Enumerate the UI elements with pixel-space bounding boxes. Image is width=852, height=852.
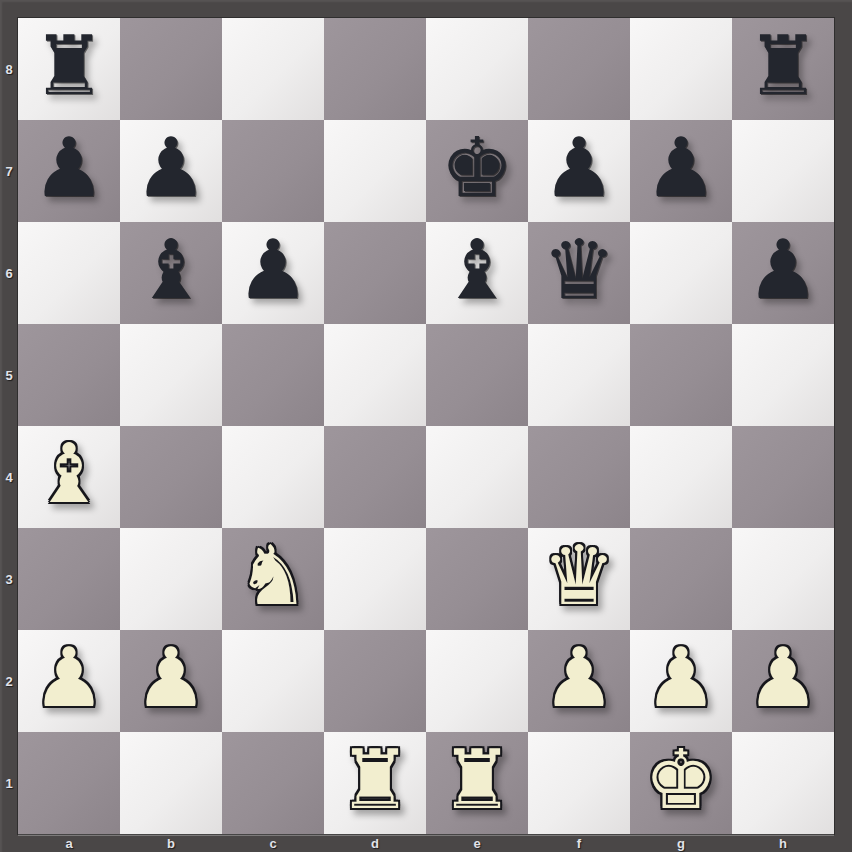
square-h5[interactable] [732, 324, 834, 426]
square-h7[interactable] [732, 120, 834, 222]
piece-white-pawn[interactable]: ♟ [746, 637, 820, 719]
piece-black-pawn[interactable]: ♟ [644, 127, 718, 209]
rank-label-4: 4 [0, 426, 18, 528]
square-g8[interactable] [630, 18, 732, 120]
piece-white-knight[interactable]: ♞ [236, 535, 310, 617]
square-g6[interactable] [630, 222, 732, 324]
piece-black-rook[interactable]: ♜ [746, 25, 820, 107]
piece-black-pawn[interactable]: ♟ [236, 229, 310, 311]
chess-board: ♜♜♟♟♚♟♟♝♟♝♛♟♝♞♛♟♟♟♟♟♜♜♚ [18, 18, 834, 834]
piece-white-pawn[interactable]: ♟ [644, 637, 718, 719]
square-a6[interactable] [18, 222, 120, 324]
piece-black-pawn[interactable]: ♟ [542, 127, 616, 209]
square-b2[interactable]: ♟ [120, 630, 222, 732]
square-b7[interactable]: ♟ [120, 120, 222, 222]
piece-black-rook[interactable]: ♜ [32, 25, 106, 107]
square-e3[interactable] [426, 528, 528, 630]
piece-black-bishop[interactable]: ♝ [440, 229, 514, 311]
rank-label-6: 6 [0, 222, 18, 324]
square-e7[interactable]: ♚ [426, 120, 528, 222]
file-label-b: b [120, 834, 222, 852]
square-f3[interactable]: ♛ [528, 528, 630, 630]
piece-black-pawn[interactable]: ♟ [32, 127, 106, 209]
square-b8[interactable] [120, 18, 222, 120]
file-label-a: a [18, 834, 120, 852]
piece-white-rook[interactable]: ♜ [440, 739, 514, 821]
square-h8[interactable]: ♜ [732, 18, 834, 120]
piece-white-king[interactable]: ♚ [644, 739, 718, 821]
square-f7[interactable]: ♟ [528, 120, 630, 222]
square-g4[interactable] [630, 426, 732, 528]
square-f6[interactable]: ♛ [528, 222, 630, 324]
square-c2[interactable] [222, 630, 324, 732]
square-d1[interactable]: ♜ [324, 732, 426, 834]
square-f5[interactable] [528, 324, 630, 426]
square-a1[interactable] [18, 732, 120, 834]
piece-black-bishop[interactable]: ♝ [134, 229, 208, 311]
square-b3[interactable] [120, 528, 222, 630]
square-e8[interactable] [426, 18, 528, 120]
piece-white-pawn[interactable]: ♟ [134, 637, 208, 719]
square-d5[interactable] [324, 324, 426, 426]
square-f2[interactable]: ♟ [528, 630, 630, 732]
square-h3[interactable] [732, 528, 834, 630]
square-e4[interactable] [426, 426, 528, 528]
square-a8[interactable]: ♜ [18, 18, 120, 120]
file-label-f: f [528, 834, 630, 852]
square-c4[interactable] [222, 426, 324, 528]
square-a5[interactable] [18, 324, 120, 426]
piece-black-king[interactable]: ♚ [440, 127, 514, 209]
square-d8[interactable] [324, 18, 426, 120]
square-d2[interactable] [324, 630, 426, 732]
square-b4[interactable] [120, 426, 222, 528]
square-h1[interactable] [732, 732, 834, 834]
square-a3[interactable] [18, 528, 120, 630]
rank-label-1: 1 [0, 732, 18, 834]
square-f1[interactable] [528, 732, 630, 834]
square-e5[interactable] [426, 324, 528, 426]
piece-white-rook[interactable]: ♜ [338, 739, 412, 821]
file-label-e: e [426, 834, 528, 852]
square-c7[interactable] [222, 120, 324, 222]
square-c6[interactable]: ♟ [222, 222, 324, 324]
square-f8[interactable] [528, 18, 630, 120]
rank-label-5: 5 [0, 324, 18, 426]
square-b5[interactable] [120, 324, 222, 426]
piece-white-pawn[interactable]: ♟ [542, 637, 616, 719]
square-c1[interactable] [222, 732, 324, 834]
square-e1[interactable]: ♜ [426, 732, 528, 834]
rank-label-3: 3 [0, 528, 18, 630]
square-g3[interactable] [630, 528, 732, 630]
square-d6[interactable] [324, 222, 426, 324]
piece-white-pawn[interactable]: ♟ [32, 637, 106, 719]
square-h4[interactable] [732, 426, 834, 528]
piece-black-pawn[interactable]: ♟ [746, 229, 820, 311]
square-c3[interactable]: ♞ [222, 528, 324, 630]
file-labels: abcdefgh [18, 834, 834, 852]
square-e6[interactable]: ♝ [426, 222, 528, 324]
square-h6[interactable]: ♟ [732, 222, 834, 324]
square-d7[interactable] [324, 120, 426, 222]
square-g2[interactable]: ♟ [630, 630, 732, 732]
rank-label-2: 2 [0, 630, 18, 732]
file-label-g: g [630, 834, 732, 852]
square-b1[interactable] [120, 732, 222, 834]
square-f4[interactable] [528, 426, 630, 528]
square-g7[interactable]: ♟ [630, 120, 732, 222]
square-g5[interactable] [630, 324, 732, 426]
piece-black-queen[interactable]: ♛ [542, 229, 616, 311]
square-g1[interactable]: ♚ [630, 732, 732, 834]
chess-board-window: 87654321 ♜♜♟♟♚♟♟♝♟♝♛♟♝♞♛♟♟♟♟♟♜♜♚ abcdefg… [0, 0, 852, 852]
square-a2[interactable]: ♟ [18, 630, 120, 732]
file-label-c: c [222, 834, 324, 852]
piece-white-queen[interactable]: ♛ [542, 535, 616, 617]
rank-label-8: 8 [0, 18, 18, 120]
file-label-h: h [732, 834, 834, 852]
square-e2[interactable] [426, 630, 528, 732]
file-label-d: d [324, 834, 426, 852]
piece-black-pawn[interactable]: ♟ [134, 127, 208, 209]
square-h2[interactable]: ♟ [732, 630, 834, 732]
square-a7[interactable]: ♟ [18, 120, 120, 222]
rank-label-7: 7 [0, 120, 18, 222]
square-d4[interactable] [324, 426, 426, 528]
square-d3[interactable] [324, 528, 426, 630]
square-c5[interactable] [222, 324, 324, 426]
square-a4[interactable]: ♝ [18, 426, 120, 528]
square-b6[interactable]: ♝ [120, 222, 222, 324]
square-c8[interactable] [222, 18, 324, 120]
piece-white-bishop[interactable]: ♝ [32, 433, 106, 515]
rank-labels: 87654321 [0, 18, 18, 834]
